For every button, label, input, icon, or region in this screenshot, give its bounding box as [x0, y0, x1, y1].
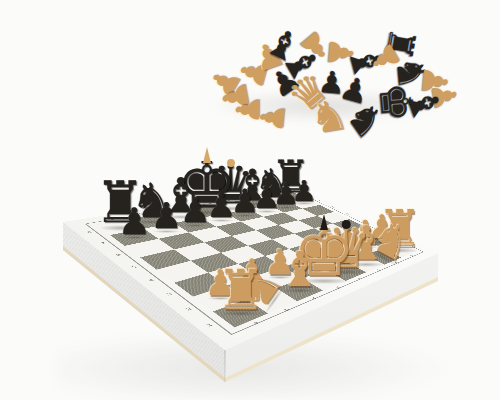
product-photo: aabbccddeeffgghh1122334455667788 ♜♞♝♚♛♝♞…: [0, 0, 500, 400]
rank-label: 5: [126, 264, 142, 270]
rank-label: 3: [161, 290, 177, 297]
rank-label: 2: [180, 305, 197, 313]
rank-label: 6: [110, 252, 125, 258]
rank-label: 4: [143, 277, 159, 284]
pile-piece-wood-p: ♟: [255, 102, 289, 133]
rank-label: 8: [82, 230, 97, 235]
contrast-finial: [203, 147, 211, 163]
loose-pieces-pile: ♟♟♟♟♟♝♝♟♟♟♜♝♟♞♟♟♝♚♟♛♟♞♞♟: [198, 14, 450, 132]
rank-label: 7: [96, 241, 111, 246]
contrast-finial: [227, 159, 235, 167]
box-corner-seam: [224, 350, 226, 382]
